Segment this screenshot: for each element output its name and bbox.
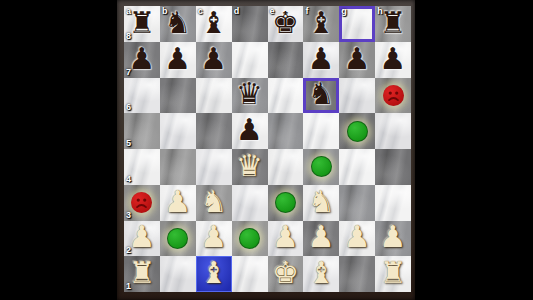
- white-king[interactable]: ♚: [272, 258, 299, 288]
- square-h8[interactable]: h♜: [375, 6, 411, 42]
- square-g7[interactable]: ♟: [339, 42, 375, 78]
- file-label-f: f: [305, 7, 308, 16]
- black-queen[interactable]: ♛: [236, 79, 263, 109]
- bad-move-marker[interactable]: [131, 192, 152, 213]
- square-a3[interactable]: 3: [124, 185, 160, 221]
- square-a8[interactable]: a8♜: [124, 6, 160, 42]
- rank-label-8: 8: [126, 32, 131, 41]
- black-rook[interactable]: ♜: [128, 8, 155, 38]
- square-f5[interactable]: [303, 113, 339, 149]
- black-bishop[interactable]: ♝: [308, 8, 335, 38]
- square-b4[interactable]: [160, 149, 196, 185]
- black-rook[interactable]: ♜: [380, 8, 407, 38]
- square-f2[interactable]: ♟: [303, 221, 339, 257]
- square-a2[interactable]: 2♟: [124, 221, 160, 257]
- black-pawn[interactable]: ♟: [128, 44, 155, 74]
- good-move-marker[interactable]: [239, 228, 260, 249]
- board-frame: a8♜b♞c♝de♚f♝gh♜7♟♟♟♟♟♟6♛♞5♟4♛3♟♞♞2♟♟♟♟♟♟…: [117, 0, 415, 300]
- rank-label-4: 4: [126, 175, 131, 184]
- white-queen[interactable]: ♛: [236, 151, 263, 181]
- white-rook[interactable]: ♜: [128, 258, 155, 288]
- square-f7[interactable]: ♟: [303, 42, 339, 78]
- square-e8[interactable]: e♚: [268, 6, 304, 42]
- good-move-marker[interactable]: [167, 228, 188, 249]
- square-h3[interactable]: [375, 185, 411, 221]
- square-c7[interactable]: ♟: [196, 42, 232, 78]
- file-label-h: h: [377, 7, 383, 16]
- square-g8[interactable]: g: [339, 6, 375, 42]
- white-bishop[interactable]: ♝: [308, 258, 335, 288]
- file-label-c: c: [198, 7, 203, 16]
- file-label-b: b: [162, 7, 168, 16]
- square-d2[interactable]: [232, 221, 268, 257]
- square-d1[interactable]: [232, 256, 268, 292]
- chess-board: a8♜b♞c♝de♚f♝gh♜7♟♟♟♟♟♟6♛♞5♟4♛3♟♞♞2♟♟♟♟♟♟…: [124, 6, 411, 292]
- square-a5[interactable]: 5: [124, 113, 160, 149]
- black-pawn[interactable]: ♟: [164, 44, 191, 74]
- square-b2[interactable]: [160, 221, 196, 257]
- bad-move-marker[interactable]: [383, 85, 404, 106]
- square-b7[interactable]: ♟: [160, 42, 196, 78]
- square-g2[interactable]: ♟: [339, 221, 375, 257]
- black-pawn[interactable]: ♟: [200, 44, 227, 74]
- white-pawn[interactable]: ♟: [164, 187, 191, 217]
- rank-label-2: 2: [126, 246, 131, 255]
- square-f8[interactable]: f♝: [303, 6, 339, 42]
- white-pawn[interactable]: ♟: [272, 222, 299, 252]
- black-bishop[interactable]: ♝: [200, 8, 227, 38]
- black-king[interactable]: ♚: [272, 8, 299, 38]
- square-d6[interactable]: ♛: [232, 78, 268, 114]
- square-g4[interactable]: [339, 149, 375, 185]
- app-background: a8♜b♞c♝de♚f♝gh♜7♟♟♟♟♟♟6♛♞5♟4♛3♟♞♞2♟♟♟♟♟♟…: [0, 0, 533, 300]
- square-e3[interactable]: [268, 185, 304, 221]
- rank-label-1: 1: [126, 282, 131, 291]
- square-d7[interactable]: [232, 42, 268, 78]
- square-c1[interactable]: ♝: [196, 256, 232, 292]
- good-move-marker[interactable]: [347, 121, 368, 142]
- square-f3[interactable]: ♞: [303, 185, 339, 221]
- square-c4[interactable]: [196, 149, 232, 185]
- white-pawn[interactable]: ♟: [128, 222, 155, 252]
- square-g6[interactable]: [339, 78, 375, 114]
- file-label-e: e: [270, 7, 275, 16]
- square-d4[interactable]: ♛: [232, 149, 268, 185]
- rank-label-7: 7: [126, 68, 131, 77]
- file-label-d: d: [234, 7, 240, 16]
- square-c8[interactable]: c♝: [196, 6, 232, 42]
- white-knight[interactable]: ♞: [200, 187, 227, 217]
- white-rook[interactable]: ♜: [380, 258, 407, 288]
- file-label-g: g: [341, 7, 347, 16]
- square-f1[interactable]: ♝: [303, 256, 339, 292]
- square-b5[interactable]: [160, 113, 196, 149]
- square-e6[interactable]: [268, 78, 304, 114]
- rank-label-5: 5: [126, 139, 131, 148]
- square-a6[interactable]: 6: [124, 78, 160, 114]
- square-g3[interactable]: [339, 185, 375, 221]
- square-e2[interactable]: ♟: [268, 221, 304, 257]
- square-e1[interactable]: ♚: [268, 256, 304, 292]
- square-c6[interactable]: [196, 78, 232, 114]
- square-d8[interactable]: d: [232, 6, 268, 42]
- rank-label-3: 3: [126, 211, 131, 220]
- square-c2[interactable]: ♟: [196, 221, 232, 257]
- good-move-marker[interactable]: [311, 156, 332, 177]
- square-a4[interactable]: 4: [124, 149, 160, 185]
- good-move-marker[interactable]: [275, 192, 296, 213]
- square-b3[interactable]: ♟: [160, 185, 196, 221]
- white-knight[interactable]: ♞: [308, 187, 335, 217]
- black-knight[interactable]: ♞: [308, 79, 335, 109]
- square-f6[interactable]: ♞: [303, 78, 339, 114]
- black-pawn[interactable]: ♟: [308, 44, 335, 74]
- square-e4[interactable]: [268, 149, 304, 185]
- black-knight[interactable]: ♞: [164, 8, 191, 38]
- white-pawn[interactable]: ♟: [380, 222, 407, 252]
- square-h7[interactable]: ♟: [375, 42, 411, 78]
- square-g1[interactable]: [339, 256, 375, 292]
- square-h1[interactable]: ♜: [375, 256, 411, 292]
- square-e7[interactable]: [268, 42, 304, 78]
- square-c5[interactable]: [196, 113, 232, 149]
- black-pawn[interactable]: ♟: [380, 44, 407, 74]
- square-h2[interactable]: ♟: [375, 221, 411, 257]
- white-bishop[interactable]: ♝: [200, 258, 227, 288]
- square-b1[interactable]: [160, 256, 196, 292]
- square-d5[interactable]: ♟: [232, 113, 268, 149]
- white-pawn[interactable]: ♟: [200, 222, 227, 252]
- square-b6[interactable]: [160, 78, 196, 114]
- square-b8[interactable]: b♞: [160, 6, 196, 42]
- square-g5[interactable]: [339, 113, 375, 149]
- square-f4[interactable]: [303, 149, 339, 185]
- rank-label-6: 6: [126, 103, 131, 112]
- square-d3[interactable]: [232, 185, 268, 221]
- square-h6[interactable]: [375, 78, 411, 114]
- square-e5[interactable]: [268, 113, 304, 149]
- black-pawn[interactable]: ♟: [344, 44, 371, 74]
- square-a1[interactable]: 1♜: [124, 256, 160, 292]
- square-h5[interactable]: [375, 113, 411, 149]
- file-label-a: a: [126, 7, 131, 16]
- white-pawn[interactable]: ♟: [344, 222, 371, 252]
- black-pawn[interactable]: ♟: [236, 115, 263, 145]
- square-h4[interactable]: [375, 149, 411, 185]
- white-pawn[interactable]: ♟: [308, 222, 335, 252]
- square-a7[interactable]: 7♟: [124, 42, 160, 78]
- square-c3[interactable]: ♞: [196, 185, 232, 221]
